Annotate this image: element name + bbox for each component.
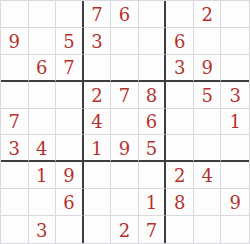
cell-r7c2[interactable]: 1 bbox=[29, 162, 57, 189]
cell-r4c4[interactable]: 2 bbox=[84, 82, 112, 109]
given-digit: 4 bbox=[91, 113, 102, 131]
cell-r2c8[interactable] bbox=[194, 28, 222, 55]
cell-r8c7[interactable]: 8 bbox=[166, 189, 194, 216]
cell-r6c2[interactable]: 4 bbox=[29, 135, 57, 162]
given-digit: 5 bbox=[63, 33, 74, 51]
cell-r3c8[interactable]: 9 bbox=[194, 55, 222, 82]
cell-r4c7[interactable] bbox=[166, 82, 194, 109]
cell-r8c9[interactable]: 9 bbox=[221, 189, 249, 216]
given-digit: 6 bbox=[146, 113, 157, 131]
cell-r5c1[interactable]: 7 bbox=[1, 109, 29, 136]
given-digit: 2 bbox=[119, 222, 130, 240]
cell-r2c1[interactable]: 9 bbox=[1, 28, 29, 55]
cell-r2c7[interactable]: 6 bbox=[166, 28, 194, 55]
cell-r8c4[interactable] bbox=[84, 189, 112, 216]
cell-r8c1[interactable] bbox=[1, 189, 29, 216]
cell-r9c5[interactable]: 2 bbox=[111, 216, 139, 243]
cell-r7c6[interactable] bbox=[139, 162, 167, 189]
cell-r7c7[interactable]: 2 bbox=[166, 162, 194, 189]
given-digit: 1 bbox=[229, 113, 240, 131]
given-digit: 5 bbox=[146, 140, 157, 158]
cell-r1c8[interactable]: 2 bbox=[194, 1, 222, 28]
given-digit: 8 bbox=[174, 194, 185, 212]
cell-r2c4[interactable]: 3 bbox=[84, 28, 112, 55]
cell-r3c1[interactable] bbox=[1, 55, 29, 82]
cell-r1c6[interactable] bbox=[139, 1, 167, 28]
cell-r6c7[interactable] bbox=[166, 135, 194, 162]
cell-r3c2[interactable]: 6 bbox=[29, 55, 57, 82]
cell-r3c9[interactable] bbox=[221, 55, 249, 82]
cell-r5c9[interactable]: 1 bbox=[221, 109, 249, 136]
cell-r8c6[interactable]: 1 bbox=[139, 189, 167, 216]
given-digit: 6 bbox=[36, 59, 47, 77]
given-digit: 5 bbox=[201, 87, 212, 105]
cell-r8c5[interactable] bbox=[111, 189, 139, 216]
cell-r6c6[interactable]: 5 bbox=[139, 135, 167, 162]
cell-r7c1[interactable] bbox=[1, 162, 29, 189]
given-digit: 6 bbox=[119, 6, 130, 24]
cell-r7c4[interactable] bbox=[84, 162, 112, 189]
cell-r7c5[interactable] bbox=[111, 162, 139, 189]
cell-r3c3[interactable]: 7 bbox=[56, 55, 84, 82]
cell-r7c8[interactable]: 4 bbox=[194, 162, 222, 189]
cell-r8c3[interactable]: 6 bbox=[56, 189, 84, 216]
given-digit: 2 bbox=[174, 167, 185, 185]
given-digit: 6 bbox=[63, 194, 74, 212]
cell-r3c6[interactable] bbox=[139, 55, 167, 82]
given-digit: 3 bbox=[174, 59, 185, 77]
given-digit: 8 bbox=[146, 87, 157, 105]
cell-r3c4[interactable] bbox=[84, 55, 112, 82]
cell-r2c9[interactable] bbox=[221, 28, 249, 55]
cell-r7c9[interactable] bbox=[221, 162, 249, 189]
given-digit: 7 bbox=[9, 113, 20, 131]
cell-r9c9[interactable] bbox=[221, 216, 249, 243]
given-digit: 1 bbox=[146, 194, 157, 212]
cell-r6c9[interactable] bbox=[221, 135, 249, 162]
cell-r4c5[interactable]: 7 bbox=[111, 82, 139, 109]
cell-r1c7[interactable] bbox=[166, 1, 194, 28]
sudoku-board: 762953667392785374613419519246189327 bbox=[0, 0, 250, 244]
cell-r6c4[interactable]: 1 bbox=[84, 135, 112, 162]
given-digit: 7 bbox=[119, 87, 130, 105]
cell-r3c5[interactable] bbox=[111, 55, 139, 82]
cell-r7c3[interactable]: 9 bbox=[56, 162, 84, 189]
given-digit: 1 bbox=[36, 167, 47, 185]
cell-r9c8[interactable] bbox=[194, 216, 222, 243]
cell-r6c3[interactable] bbox=[56, 135, 84, 162]
cell-r5c7[interactable] bbox=[166, 109, 194, 136]
cell-r6c8[interactable] bbox=[194, 135, 222, 162]
cell-r1c1[interactable] bbox=[1, 1, 29, 28]
cell-r2c2[interactable] bbox=[29, 28, 57, 55]
cell-r9c6[interactable]: 7 bbox=[139, 216, 167, 243]
cell-r9c3[interactable] bbox=[56, 216, 84, 243]
cell-r8c8[interactable] bbox=[194, 189, 222, 216]
given-digit: 3 bbox=[9, 140, 20, 158]
given-digit: 4 bbox=[36, 140, 47, 158]
cell-r3c7[interactable]: 3 bbox=[166, 55, 194, 82]
cell-r2c5[interactable] bbox=[111, 28, 139, 55]
cell-r8c2[interactable] bbox=[29, 189, 57, 216]
given-digit: 9 bbox=[63, 167, 74, 185]
given-digit: 4 bbox=[201, 167, 212, 185]
cell-r4c6[interactable]: 8 bbox=[139, 82, 167, 109]
given-digit: 9 bbox=[229, 194, 240, 212]
cell-r6c1[interactable]: 3 bbox=[1, 135, 29, 162]
cell-r5c5[interactable] bbox=[111, 109, 139, 136]
cell-r2c3[interactable]: 5 bbox=[56, 28, 84, 55]
cell-r1c2[interactable] bbox=[29, 1, 57, 28]
cell-r6c5[interactable]: 9 bbox=[111, 135, 139, 162]
given-digit: 3 bbox=[36, 222, 47, 240]
given-digit: 2 bbox=[201, 6, 212, 24]
cell-r9c7[interactable] bbox=[166, 216, 194, 243]
cell-r5c4[interactable]: 4 bbox=[84, 109, 112, 136]
given-digit: 7 bbox=[91, 6, 102, 24]
sudoku-puzzle: 762953667392785374613419519246189327 bbox=[0, 0, 250, 244]
cell-r1c4[interactable]: 7 bbox=[84, 1, 112, 28]
given-digit: 7 bbox=[146, 222, 157, 240]
cell-r1c9[interactable] bbox=[221, 1, 249, 28]
cell-r9c4[interactable] bbox=[84, 216, 112, 243]
cell-r9c2[interactable]: 3 bbox=[29, 216, 57, 243]
cell-r4c1[interactable] bbox=[1, 82, 29, 109]
cell-r1c3[interactable] bbox=[56, 1, 84, 28]
given-digit: 9 bbox=[119, 140, 130, 158]
cell-r2c6[interactable] bbox=[139, 28, 167, 55]
cell-r1c5[interactable]: 6 bbox=[111, 1, 139, 28]
cell-r4c2[interactable] bbox=[29, 82, 57, 109]
given-digit: 3 bbox=[91, 33, 102, 51]
given-digit: 1 bbox=[91, 140, 102, 158]
cell-r4c9[interactable]: 3 bbox=[221, 82, 249, 109]
cell-r5c6[interactable]: 6 bbox=[139, 109, 167, 136]
cell-r5c8[interactable] bbox=[194, 109, 222, 136]
given-digit: 2 bbox=[91, 87, 102, 105]
given-digit: 3 bbox=[229, 87, 240, 105]
given-digit: 7 bbox=[63, 59, 74, 77]
given-digit: 9 bbox=[9, 33, 20, 51]
cell-r4c3[interactable] bbox=[56, 82, 84, 109]
cell-r5c2[interactable] bbox=[29, 109, 57, 136]
cell-r5c3[interactable] bbox=[56, 109, 84, 136]
cell-r9c1[interactable] bbox=[1, 216, 29, 243]
cell-r4c8[interactable]: 5 bbox=[194, 82, 222, 109]
given-digit: 9 bbox=[201, 59, 212, 77]
given-digit: 6 bbox=[174, 33, 185, 51]
